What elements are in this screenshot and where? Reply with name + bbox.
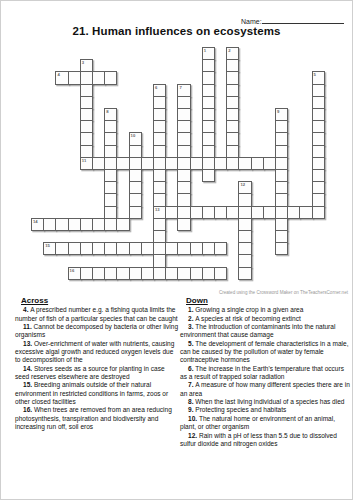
down-clue-list: 1. Growing a single crop in a given area…: [180, 306, 350, 448]
grid-cell[interactable]: [55, 242, 68, 255]
crossword-grid: 12345678910111213141516: [31, 47, 326, 280]
grid-cell[interactable]: [80, 267, 93, 280]
grid-cell[interactable]: [177, 132, 190, 145]
grid-cell[interactable]: [275, 132, 288, 145]
grid-cell[interactable]: [177, 157, 190, 170]
grid-cell[interactable]: [177, 242, 190, 255]
grid-cell[interactable]: [165, 267, 178, 280]
name-line: Name:: [241, 15, 344, 25]
clue-item: 6. The increase in the Earth's temperatu…: [180, 365, 350, 382]
grid-cell[interactable]: [251, 206, 264, 219]
grid-cell[interactable]: [129, 193, 142, 206]
name-label: Name:: [241, 18, 262, 25]
clue-item: 11. Cannot be decomposed by bacteria or …: [15, 323, 180, 340]
clue-number: 2: [228, 48, 230, 53]
grid-cell[interactable]: [80, 242, 93, 255]
grid-cell[interactable]: 15: [43, 242, 56, 255]
grid-cell[interactable]: [177, 145, 190, 158]
clue-number: 10: [131, 133, 136, 138]
grid-cell[interactable]: [153, 193, 166, 206]
grid-cell[interactable]: [312, 120, 325, 133]
grid-cell[interactable]: [238, 218, 251, 231]
grid-cell[interactable]: [177, 120, 190, 133]
across-heading: Across: [21, 297, 180, 305]
grid-cell[interactable]: [238, 254, 251, 267]
grid-cell[interactable]: [80, 71, 93, 84]
grid-cell[interactable]: 10: [129, 132, 142, 145]
grid-cell[interactable]: [238, 242, 251, 255]
clue-number: 7: [179, 85, 181, 90]
grid-cell[interactable]: [202, 267, 215, 280]
grid-cell[interactable]: [80, 120, 93, 133]
grid-cell[interactable]: [202, 157, 215, 170]
clue-number: 16: [70, 268, 75, 273]
credit-line: Created using the Crossword Maker on The…: [219, 290, 348, 295]
clue-item: 8. When the last living individual of a …: [180, 398, 350, 406]
grid-cell[interactable]: 16: [68, 267, 81, 280]
grid-cell[interactable]: [177, 193, 190, 206]
grid-cell[interactable]: [129, 242, 142, 255]
clue-number: 15: [45, 243, 50, 248]
grid-cell[interactable]: [104, 206, 117, 219]
clue-item: 13. Over-enrichment of water with nutrie…: [15, 340, 180, 365]
grid-cell[interactable]: [312, 132, 325, 145]
grid-cell[interactable]: [104, 71, 117, 84]
grid-cell[interactable]: [129, 145, 142, 158]
grid-cell[interactable]: [275, 145, 288, 158]
grid-cell[interactable]: [312, 157, 325, 170]
grid-cell[interactable]: [190, 242, 203, 255]
across-clues: Across 4. A prescribed number e.g. a fis…: [15, 297, 180, 432]
grid-cell[interactable]: [177, 206, 190, 219]
grid-cell[interactable]: [68, 218, 81, 231]
grid-cell[interactable]: [129, 157, 142, 170]
grid-cell[interactable]: [312, 206, 325, 219]
clue-number: 12: [240, 182, 245, 187]
grid-cell[interactable]: [104, 120, 117, 133]
grid-cell[interactable]: [141, 157, 154, 170]
down-clues: Down 1. Growing a single crop in a given…: [180, 297, 350, 448]
grid-cell[interactable]: [312, 193, 325, 206]
grid-cell[interactable]: [177, 218, 190, 231]
grid-cell[interactable]: [275, 242, 288, 255]
grid-cell[interactable]: [104, 157, 117, 170]
grid-cell[interactable]: [80, 132, 93, 145]
grid-cell[interactable]: [177, 267, 190, 280]
grid-cell[interactable]: [177, 181, 190, 194]
grid-cell[interactable]: [226, 120, 239, 133]
grid-cell[interactable]: [238, 157, 251, 170]
grid-cell[interactable]: [202, 84, 215, 97]
grid-cell[interactable]: [202, 71, 215, 84]
across-clue-list: 4. A prescribed number e.g. a fishing qu…: [15, 306, 180, 431]
clue-item: 9. Protecting species and habitats: [180, 406, 350, 414]
clue-number: 13: [155, 207, 160, 212]
grid-cell[interactable]: [116, 157, 129, 170]
grid-cell[interactable]: [275, 181, 288, 194]
grid-cell[interactable]: [165, 206, 178, 219]
grid-cell[interactable]: [55, 218, 68, 231]
grid-cell[interactable]: [116, 267, 129, 280]
clue-number: 5: [314, 72, 316, 77]
grid-cell[interactable]: [165, 157, 178, 170]
grid-cell[interactable]: [43, 218, 56, 231]
grid-cell[interactable]: 5: [312, 71, 325, 84]
clue-item: 2. A species at risk of becoming extinct: [180, 315, 350, 323]
grid-cell[interactable]: [153, 120, 166, 133]
grid-cell[interactable]: [202, 120, 215, 133]
clue-item: 16. When trees are removed from an area …: [15, 406, 180, 431]
clue-number: 3: [82, 60, 84, 65]
clue-number: 1: [204, 48, 206, 53]
grid-cell[interactable]: [141, 267, 154, 280]
grid-cell[interactable]: [275, 218, 288, 231]
grid-cell[interactable]: [312, 145, 325, 158]
grid-cell[interactable]: [214, 267, 227, 280]
grid-cell[interactable]: [226, 84, 239, 97]
grid-cell[interactable]: [80, 96, 93, 109]
grid-cell[interactable]: [104, 267, 117, 280]
grid-cell[interactable]: [104, 181, 117, 194]
grid-cell[interactable]: 11: [80, 157, 93, 170]
grid-cell[interactable]: [214, 242, 227, 255]
grid-cell[interactable]: [226, 157, 239, 170]
clue-item: 12. Rain with a pH of less than 5.5 due …: [180, 432, 350, 449]
grid-cell[interactable]: [116, 218, 129, 231]
grid-cell[interactable]: 3: [80, 59, 93, 72]
clue-number: 8: [106, 109, 108, 114]
grid-cell[interactable]: [129, 181, 142, 194]
grid-cell[interactable]: 4: [55, 71, 68, 84]
grid-cell[interactable]: [80, 84, 93, 97]
grid-cell[interactable]: [153, 96, 166, 109]
grid-cell[interactable]: [226, 59, 239, 72]
grid-cell[interactable]: [190, 157, 203, 170]
grid-cell[interactable]: [238, 193, 251, 206]
page-title: 21. Human influences on ecosystems: [1, 25, 352, 37]
grid-cell[interactable]: [287, 206, 300, 219]
grid-cell[interactable]: [202, 132, 215, 145]
grid-cell[interactable]: [226, 145, 239, 158]
grid-cell[interactable]: [153, 145, 166, 158]
grid-cell[interactable]: [141, 242, 154, 255]
clue-item: 15. Breeding animals outside of their na…: [15, 381, 180, 406]
grid-cell[interactable]: [263, 206, 276, 219]
clue-number: 4: [57, 72, 59, 77]
grid-cell[interactable]: [153, 132, 166, 145]
clue-item: 1. Growing a single crop in a given area: [180, 306, 350, 314]
grid-cell[interactable]: [226, 71, 239, 84]
grid-cell[interactable]: [312, 84, 325, 97]
grid-cell[interactable]: [202, 145, 215, 158]
grid-cell[interactable]: [263, 157, 276, 170]
grid-cell[interactable]: [165, 242, 178, 255]
grid-cell[interactable]: [190, 206, 203, 219]
grid-cell[interactable]: [202, 169, 215, 182]
down-heading: Down: [186, 297, 350, 305]
grid-cell[interactable]: [153, 181, 166, 194]
grid-cell[interactable]: [275, 193, 288, 206]
grid-cell[interactable]: [104, 218, 117, 231]
grid-cell[interactable]: [68, 242, 81, 255]
grid-cell[interactable]: [80, 218, 93, 231]
clue-number: 14: [33, 219, 38, 224]
grid-cell[interactable]: [238, 267, 251, 280]
grid-cell[interactable]: [299, 206, 312, 219]
grid-cell[interactable]: 6: [153, 84, 166, 97]
grid-cell[interactable]: [275, 120, 288, 133]
grid-cell[interactable]: [104, 193, 117, 206]
clue-number: 9: [277, 109, 279, 114]
grid-cell[interactable]: [104, 242, 117, 255]
grid-cell[interactable]: [226, 96, 239, 109]
grid-cell[interactable]: [153, 218, 166, 231]
grid-cell[interactable]: [238, 206, 251, 219]
grid-cell[interactable]: [80, 145, 93, 158]
grid-cell[interactable]: [312, 96, 325, 109]
grid-cell[interactable]: [153, 254, 166, 267]
grid-cell[interactable]: [104, 145, 117, 158]
worksheet-page: Name: 21. Human influences on ecosystems…: [0, 0, 353, 500]
grid-cell[interactable]: [129, 267, 142, 280]
clue-item: 7. A measure of how many different speci…: [180, 381, 350, 398]
grid-cell[interactable]: [202, 96, 215, 109]
grid-cell[interactable]: [202, 242, 215, 255]
name-field[interactable]: [262, 15, 344, 24]
clue-number: 6: [155, 85, 157, 90]
grid-cell[interactable]: 7: [177, 84, 190, 97]
grid-cell[interactable]: [116, 242, 129, 255]
grid-cell[interactable]: [202, 206, 215, 219]
grid-cell[interactable]: [129, 206, 142, 219]
grid-cell[interactable]: [202, 59, 215, 72]
grid-cell[interactable]: [226, 132, 239, 145]
grid-cell[interactable]: [190, 267, 203, 280]
grid-cell[interactable]: [251, 157, 264, 170]
grid-cell[interactable]: [104, 132, 117, 145]
clue-item: 3. The introduction of contaminants into…: [180, 323, 350, 340]
grid-cell[interactable]: [275, 157, 288, 170]
grid-cell[interactable]: [68, 71, 81, 84]
clue-item: 14. Stores seeds as a source for plantin…: [15, 365, 180, 382]
clue-item: 5. The development of female characteris…: [180, 340, 350, 365]
grid-cell[interactable]: 12: [238, 181, 251, 194]
clue-number: 11: [82, 158, 86, 163]
grid-cell[interactable]: [226, 206, 239, 219]
clue-item: 4. A prescribed number e.g. a fishing qu…: [15, 306, 180, 323]
grid-cell[interactable]: [177, 96, 190, 109]
clue-item: 10. The natural home or environment of a…: [180, 415, 350, 432]
grid-cell[interactable]: [312, 181, 325, 194]
